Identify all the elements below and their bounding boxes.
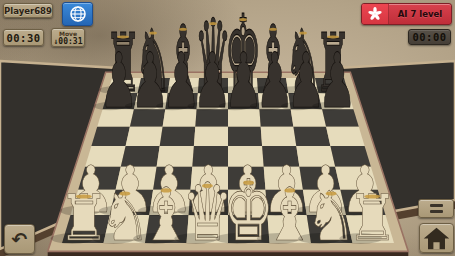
player-name-label: Player689 <box>4 6 52 16</box>
gold-crown-accent <box>120 191 131 195</box>
game-scene-background: ♜♞♝♛♚♝♞♜♟♟♟♟♟♟♟♟♟♟♟♟♟♟♟♟♜♞♝♛♚♝♞♜ Player6… <box>0 0 455 256</box>
gold-crown-accent <box>364 194 380 198</box>
piece-white-rook-h1[interactable]: ♜ <box>347 180 398 254</box>
gold-crown-accent <box>209 22 217 25</box>
square-c5[interactable] <box>160 127 196 146</box>
square-b5[interactable] <box>126 127 163 146</box>
ai-level-label: AI 7 level <box>389 9 451 19</box>
draw-menu-button[interactable] <box>418 199 454 218</box>
home-button[interactable] <box>419 223 454 253</box>
player-name-button[interactable]: Player689 <box>3 3 53 18</box>
hong-kong-flag-icon <box>362 4 389 24</box>
piece-black-pawn-h7[interactable]: ♟ <box>318 37 357 126</box>
move-timer-panel: Move ↓00:31 <box>51 28 85 47</box>
home-icon <box>420 223 453 253</box>
gold-crown-accent <box>202 184 213 188</box>
move-label: Move <box>59 31 77 37</box>
undo-button[interactable]: ↶ <box>4 224 35 254</box>
square-a5[interactable] <box>91 127 129 146</box>
gold-crown-accent <box>243 181 254 185</box>
black-clock-time: 00:00 <box>412 31 446 43</box>
gold-crown-accent <box>161 188 172 192</box>
move-time: ↓00:31 <box>54 38 83 46</box>
gold-crown-accent <box>179 28 187 31</box>
gold-crown-accent <box>269 28 277 31</box>
gold-crown-accent <box>326 191 337 195</box>
square-d5[interactable] <box>194 127 228 146</box>
white-clock-time: 00:30 <box>6 32 40 44</box>
ai-level-button[interactable]: AI 7 level <box>361 3 452 25</box>
square-h5[interactable] <box>326 127 365 146</box>
gold-crown-accent <box>284 188 295 192</box>
gold-crown-accent <box>76 194 92 198</box>
bauhinia-icon <box>367 6 383 22</box>
square-f5[interactable] <box>261 127 297 146</box>
white-clock: 00:30 <box>3 29 44 46</box>
gold-crown-accent <box>299 32 307 35</box>
globe-icon <box>68 4 88 24</box>
square-e5[interactable] <box>228 127 262 146</box>
gold-crown-accent <box>239 18 247 21</box>
globe-button[interactable] <box>62 2 93 26</box>
black-clock: 00:00 <box>408 29 451 45</box>
equals-icon <box>430 204 443 207</box>
gold-crown-accent <box>149 32 157 35</box>
undo-arrow-icon: ↶ <box>12 230 28 249</box>
square-g5[interactable] <box>293 127 330 146</box>
